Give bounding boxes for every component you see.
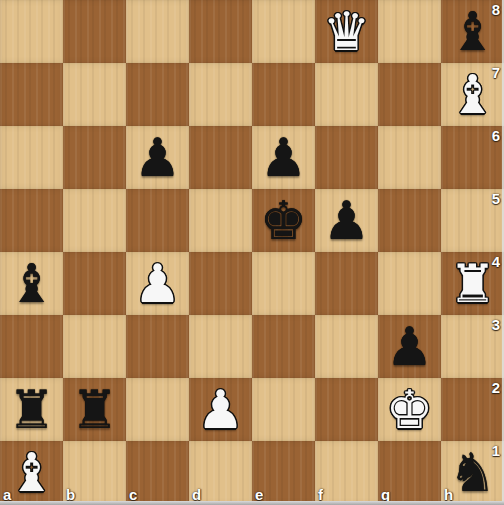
square-g7[interactable] [378, 63, 441, 126]
white-queen[interactable]: ♛ [315, 0, 378, 63]
square-d5[interactable] [189, 189, 252, 252]
square-a7[interactable] [0, 63, 63, 126]
square-e8[interactable] [252, 0, 315, 63]
square-a8[interactable] [0, 0, 63, 63]
square-h5[interactable]: 5 [441, 189, 504, 252]
square-f4[interactable] [315, 252, 378, 315]
black-pawn[interactable]: ♟ [315, 189, 378, 252]
square-c4[interactable]: ♟ [126, 252, 189, 315]
square-b1[interactable]: b [63, 441, 126, 504]
square-d3[interactable] [189, 315, 252, 378]
square-c2[interactable] [126, 378, 189, 441]
chess-board: ♛8♝7♝♟♟6♚♟5♝♟4♜♟3♜♜♟♚2a♝bcdefgh1♞ [0, 0, 504, 504]
square-a4[interactable]: ♝ [0, 252, 63, 315]
square-e4[interactable] [252, 252, 315, 315]
square-a3[interactable] [0, 315, 63, 378]
black-pawn[interactable]: ♟ [252, 126, 315, 189]
window-edge-bottom [0, 501, 504, 505]
square-e7[interactable] [252, 63, 315, 126]
square-d7[interactable] [189, 63, 252, 126]
square-d1[interactable]: d [189, 441, 252, 504]
square-a5[interactable] [0, 189, 63, 252]
rank-label-5: 5 [492, 190, 500, 207]
rank-label-2: 2 [492, 379, 500, 396]
square-b6[interactable] [63, 126, 126, 189]
square-d4[interactable] [189, 252, 252, 315]
square-e3[interactable] [252, 315, 315, 378]
square-f6[interactable] [315, 126, 378, 189]
square-h2[interactable]: 2 [441, 378, 504, 441]
black-bishop[interactable]: ♝ [0, 252, 63, 315]
square-e1[interactable]: e [252, 441, 315, 504]
square-d2[interactable]: ♟ [189, 378, 252, 441]
square-f1[interactable]: f [315, 441, 378, 504]
square-g3[interactable]: ♟ [378, 315, 441, 378]
square-h8[interactable]: 8♝ [441, 0, 504, 63]
square-b8[interactable] [63, 0, 126, 63]
black-bishop[interactable]: ♝ [441, 0, 504, 63]
white-pawn[interactable]: ♟ [189, 378, 252, 441]
square-f5[interactable]: ♟ [315, 189, 378, 252]
square-h3[interactable]: 3 [441, 315, 504, 378]
square-b3[interactable] [63, 315, 126, 378]
square-d8[interactable] [189, 0, 252, 63]
black-king[interactable]: ♚ [252, 189, 315, 252]
square-g8[interactable] [378, 0, 441, 63]
black-pawn[interactable]: ♟ [126, 126, 189, 189]
square-h1[interactable]: h1♞ [441, 441, 504, 504]
rank-label-6: 6 [492, 127, 500, 144]
square-a6[interactable] [0, 126, 63, 189]
black-rook[interactable]: ♜ [0, 378, 63, 441]
square-d6[interactable] [189, 126, 252, 189]
square-g6[interactable] [378, 126, 441, 189]
square-e2[interactable] [252, 378, 315, 441]
square-g5[interactable] [378, 189, 441, 252]
white-king[interactable]: ♚ [378, 378, 441, 441]
white-bishop[interactable]: ♝ [441, 63, 504, 126]
square-g4[interactable] [378, 252, 441, 315]
square-h7[interactable]: 7♝ [441, 63, 504, 126]
square-c1[interactable]: c [126, 441, 189, 504]
square-f3[interactable] [315, 315, 378, 378]
square-h4[interactable]: 4♜ [441, 252, 504, 315]
square-c6[interactable]: ♟ [126, 126, 189, 189]
rank-label-3: 3 [492, 316, 500, 333]
square-c7[interactable] [126, 63, 189, 126]
square-f8[interactable]: ♛ [315, 0, 378, 63]
square-a2[interactable]: ♜ [0, 378, 63, 441]
black-rook[interactable]: ♜ [63, 378, 126, 441]
square-c3[interactable] [126, 315, 189, 378]
square-f2[interactable] [315, 378, 378, 441]
square-b2[interactable]: ♜ [63, 378, 126, 441]
white-bishop[interactable]: ♝ [0, 441, 63, 504]
square-g2[interactable]: ♚ [378, 378, 441, 441]
square-e6[interactable]: ♟ [252, 126, 315, 189]
square-c8[interactable] [126, 0, 189, 63]
square-h6[interactable]: 6 [441, 126, 504, 189]
square-e5[interactable]: ♚ [252, 189, 315, 252]
square-c5[interactable] [126, 189, 189, 252]
chess-app-window: ♛8♝7♝♟♟6♚♟5♝♟4♜♟3♜♜♟♚2a♝bcdefgh1♞ [0, 0, 504, 505]
black-pawn[interactable]: ♟ [378, 315, 441, 378]
white-pawn[interactable]: ♟ [126, 252, 189, 315]
square-b5[interactable] [63, 189, 126, 252]
white-rook[interactable]: ♜ [441, 252, 504, 315]
black-knight[interactable]: ♞ [441, 441, 504, 504]
square-a1[interactable]: a♝ [0, 441, 63, 504]
square-b4[interactable] [63, 252, 126, 315]
square-f7[interactable] [315, 63, 378, 126]
square-b7[interactable] [63, 63, 126, 126]
square-g1[interactable]: g [378, 441, 441, 504]
